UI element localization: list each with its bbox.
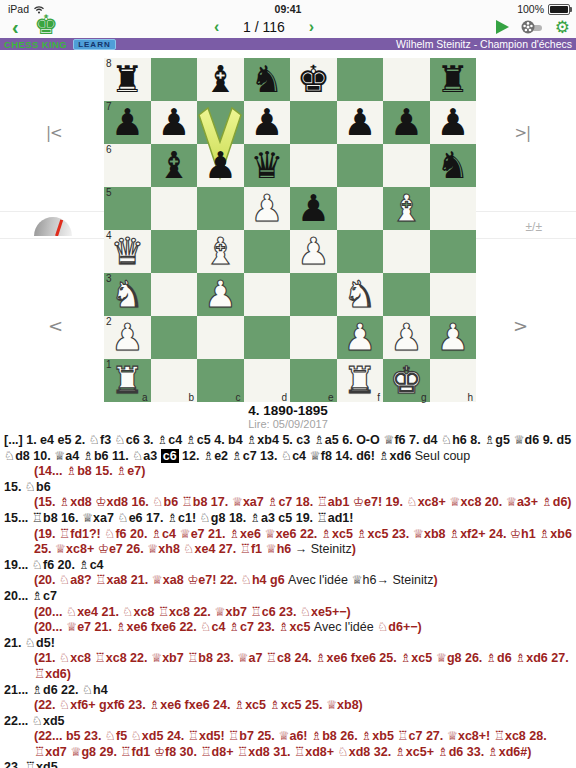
- eval-symbol[interactable]: ±/±: [525, 220, 542, 234]
- square-c2[interactable]: [197, 316, 244, 359]
- square-h7[interactable]: ♟: [430, 101, 477, 144]
- square-a2[interactable]: 2♟: [104, 316, 151, 359]
- rank-label: 6: [106, 144, 112, 155]
- square-b5[interactable]: [151, 187, 198, 230]
- piece-white-knight: ♞: [337, 273, 384, 316]
- square-h1[interactable]: h: [430, 359, 477, 402]
- rank-label: 4: [106, 230, 112, 241]
- square-d4[interactable]: [244, 230, 291, 273]
- square-h4[interactable]: [430, 230, 477, 273]
- square-d2[interactable]: [244, 316, 291, 359]
- piece-black-pawn: ♟: [151, 101, 198, 144]
- move-text[interactable]: (21. ♘xc8 ♖xc8 22. ♕xb7 ♖b8 23. ♕a7 ♖c8 …: [34, 651, 569, 681]
- move-line: 22... ♘xd5: [4, 714, 572, 730]
- rank-label: 8: [106, 58, 112, 69]
- piece-white-pawn: ♟: [290, 230, 337, 273]
- square-a1[interactable]: 1a♜: [104, 359, 151, 402]
- square-c7[interactable]: [197, 101, 244, 144]
- square-b1[interactable]: b: [151, 359, 198, 402]
- file-label: c: [236, 392, 241, 403]
- move-line: 15... ♖b8 16. ♕xa7 ♘e6 17. ♗c1! ♘g8 18. …: [4, 511, 572, 527]
- square-h2[interactable]: ♟: [430, 316, 477, 359]
- square-a4[interactable]: 4♛: [104, 230, 151, 273]
- square-f7[interactable]: ♟: [337, 101, 384, 144]
- move-line: (14... ♗b8 15. ♗e7): [4, 464, 572, 480]
- piece-black-knight: ♞: [430, 144, 477, 187]
- square-a5[interactable]: 5: [104, 187, 151, 230]
- pager-position: 1 / 116: [243, 19, 285, 35]
- file-label: g: [421, 392, 427, 403]
- move-line: 20... ♗c7: [4, 589, 572, 605]
- annotation: → Steinitz: [295, 542, 352, 556]
- move-text[interactable]: 21... ♗d6 22. ♘h4: [4, 683, 108, 697]
- square-f3[interactable]: ♞: [337, 273, 384, 316]
- chess-board: 8♜♝♞♚♜7♟♟♟♟♟♟6♝♟♛♞5♟♟♝4♛♝♟3♞♟♞2♟♟♟♟1a♜bc…: [104, 58, 476, 402]
- move-text[interactable]: 12. ♗e2 ♗c7 13. ♘c4 ♕f8 14. d6! ♗xd6: [179, 449, 415, 463]
- square-a7[interactable]: 7♟: [104, 101, 151, 144]
- square-g1[interactable]: g♚: [383, 359, 430, 402]
- pager-next-icon[interactable]: ›: [309, 18, 314, 36]
- square-a8[interactable]: 8♜: [104, 58, 151, 101]
- square-c1[interactable]: c: [197, 359, 244, 402]
- move-text[interactable]: 19... ♘f6 20. ♗c4: [4, 558, 104, 572]
- status-bar: iPad 09:41 100%: [0, 0, 576, 18]
- move-text[interactable]: (15. ♗xd8 ♔xd8 16. ♘b6 ♖b8 17. ♕xa7 ♗c7 …: [34, 495, 572, 509]
- square-d3[interactable]: [244, 273, 291, 316]
- pager-prev-icon[interactable]: ‹: [214, 18, 219, 36]
- square-g6[interactable]: [383, 144, 430, 187]
- square-f4[interactable]: [337, 230, 384, 273]
- move-text[interactable]: 20... ♗c7: [4, 589, 57, 603]
- piece-black-bishop: ♝: [151, 144, 198, 187]
- go-to-start-button[interactable]: |<: [46, 124, 62, 142]
- piece-black-king: ♚: [290, 58, 337, 101]
- piece-black-bishop: ♝: [197, 58, 244, 101]
- square-a3[interactable]: 3♞: [104, 273, 151, 316]
- square-g8[interactable]: [383, 58, 430, 101]
- piece-black-rook: ♜: [430, 58, 477, 101]
- square-d5[interactable]: ♟: [244, 187, 291, 230]
- move-line: (22... b5 23. ♘f5 ♘xd5 24. ♖xd5! ♖b7 25.…: [4, 729, 572, 760]
- piece-black-pawn: ♟: [244, 101, 291, 144]
- divider: [476, 238, 576, 239]
- annotation: Seul coup: [415, 449, 471, 463]
- move-text[interactable]: (20... ♕e7 21. ♗xe6 fxe6 22. ♘c4 ♗c7 23.…: [34, 620, 314, 634]
- piece-white-pawn: ♟: [337, 316, 384, 359]
- square-e2[interactable]: [290, 316, 337, 359]
- square-h6[interactable]: ♞: [430, 144, 477, 187]
- square-f5[interactable]: [337, 187, 384, 230]
- settings-gear-icon[interactable]: ⚙: [555, 18, 570, 36]
- square-c8[interactable]: ♝: [197, 58, 244, 101]
- rank-label: 2: [106, 316, 112, 327]
- piece-white-pawn: ♟: [244, 187, 291, 230]
- square-b4[interactable]: [151, 230, 198, 273]
- square-b7[interactable]: ♟: [151, 101, 198, 144]
- nav-bar: ‹ ♚ ‹ 1 / 116 › ⚙: [0, 18, 576, 38]
- piece-black-pawn: ♟: [290, 187, 337, 230]
- rank-label: 1: [106, 359, 112, 370]
- rank-label: 3: [106, 273, 112, 284]
- divider: [0, 211, 104, 212]
- learn-badge: LEARN: [73, 39, 116, 50]
- move-line: [...] 1. e4 e5 2. ♘f3 ♘c6 3. ♗c4 ♗c5 4. …: [4, 433, 572, 464]
- move-text[interactable]: ): [352, 542, 356, 556]
- piece-black-queen: ♛: [244, 144, 291, 187]
- current-move[interactable]: c6: [161, 449, 179, 463]
- square-e3[interactable]: [290, 273, 337, 316]
- prev-move-button[interactable]: <: [48, 315, 63, 336]
- square-g2[interactable]: ♟: [383, 316, 430, 359]
- chapter-title: 4. 1890-1895: [0, 403, 576, 418]
- app-screen: iPad 09:41 100% ‹ ♚ ‹ 1 / 116 ›: [0, 0, 576, 768]
- square-d7[interactable]: ♟: [244, 101, 291, 144]
- square-b8[interactable]: [151, 58, 198, 101]
- move-line: (20. ♘a8? ♖xa8 21. ♕xa8 ♔e7! 22. ♘h4 g6 …: [4, 573, 572, 589]
- piece-white-bishop: ♝: [383, 187, 430, 230]
- engine-toggle-icon[interactable]: [521, 20, 543, 34]
- square-e5[interactable]: ♟: [290, 187, 337, 230]
- piece-white-pawn: ♟: [197, 273, 244, 316]
- rank-label: 5: [106, 187, 112, 198]
- back-icon[interactable]: ‹: [12, 16, 19, 39]
- move-text[interactable]: (20. ♘a8? ♖xa8 21. ♕xa8 ♔e7! 22. ♘h4 g6: [34, 573, 288, 587]
- file-label: b: [188, 392, 194, 403]
- move-line: 23. ♖xd5: [4, 760, 572, 768]
- square-c6[interactable]: ♟: [197, 144, 244, 187]
- file-label: e: [328, 392, 334, 403]
- square-g3[interactable]: [383, 273, 430, 316]
- square-e7[interactable]: [290, 101, 337, 144]
- file-label: f: [377, 392, 380, 403]
- square-g4[interactable]: [383, 230, 430, 273]
- move-line: (19. ♖fd1?! ♘f6 20. ♗c4 ♕e7 21. ♗xe6 ♕xe…: [4, 527, 572, 558]
- battery-percent: 100%: [517, 3, 544, 15]
- square-f8[interactable]: [337, 58, 384, 101]
- piece-black-pawn: ♟: [383, 101, 430, 144]
- square-f6[interactable]: [337, 144, 384, 187]
- square-d6[interactable]: ♛: [244, 144, 291, 187]
- move-line: (20... ♘xe4 21. ♘xc8 ♖xc8 22. ♕xb7 ♖c6 2…: [4, 605, 572, 621]
- annotation: Avec l'idée: [314, 620, 377, 634]
- divider: [0, 238, 104, 239]
- file-label: h: [467, 392, 473, 403]
- square-a6[interactable]: 6: [104, 144, 151, 187]
- play-icon[interactable]: [496, 20, 509, 34]
- square-f1[interactable]: f♜: [337, 359, 384, 402]
- move-line: (15. ♗xd8 ♔xd8 16. ♘b6 ♖b8 17. ♕xa7 ♗c7 …: [4, 495, 572, 511]
- divider: [476, 211, 576, 212]
- square-h5[interactable]: [430, 187, 477, 230]
- piece-white-bishop: ♝: [197, 230, 244, 273]
- move-text[interactable]: (20... ♘xe4 21. ♘xc8 ♖xc8 22. ♕xb7 ♖c6 2…: [34, 605, 351, 619]
- piece-black-pawn: ♟: [337, 101, 384, 144]
- file-label: a: [142, 392, 148, 403]
- square-c4[interactable]: ♝: [197, 230, 244, 273]
- move-text[interactable]: ♘d6+−): [377, 620, 422, 634]
- move-text[interactable]: 23. ♖xd5: [4, 760, 58, 768]
- move-line: 15. ♘b6: [4, 480, 572, 496]
- square-e4[interactable]: ♟: [290, 230, 337, 273]
- square-b6[interactable]: ♝: [151, 144, 198, 187]
- piece-black-knight: ♞: [244, 58, 291, 101]
- square-d1[interactable]: d: [244, 359, 291, 402]
- square-e8[interactable]: ♚: [290, 58, 337, 101]
- chess-king-logo-text: CHESS KING: [4, 39, 67, 50]
- square-e6[interactable]: [290, 144, 337, 187]
- move-line: 21. ♘d5!: [4, 636, 572, 652]
- brand-bar: CHESS KING LEARN Wilhelm Steinitz - Cham…: [0, 38, 576, 50]
- piece-white-pawn: ♟: [430, 316, 477, 359]
- move-line: (21. ♘xc8 ♖xc8 22. ♕xb7 ♖b8 23. ♕a7 ♖c8 …: [4, 651, 572, 682]
- move-text[interactable]: 22... ♘xd5: [4, 714, 65, 728]
- move-pager: ‹ 1 / 116 ›: [214, 18, 314, 36]
- move-text[interactable]: (22. ♘xf6+ gxf6 23. ♗xe6 fxe6 24. ♗xc5 ♗…: [34, 698, 363, 712]
- annotation: Avec l'idée ♕h6→ Steinitz: [288, 573, 433, 587]
- course-title: Wilhelm Steinitz - Champion d'échecs: [396, 38, 572, 50]
- move-text[interactable]: 15. ♘b6: [4, 480, 51, 494]
- move-line: (22. ♘xf6+ gxf6 23. ♗xe6 fxe6 24. ♗xc5 ♗…: [4, 698, 572, 714]
- square-c3[interactable]: ♟: [197, 273, 244, 316]
- gauge-needle: [55, 219, 63, 236]
- move-text[interactable]: (14... ♗b8 15. ♗e7): [34, 464, 145, 478]
- square-e1[interactable]: e: [290, 359, 337, 402]
- square-b3[interactable]: [151, 273, 198, 316]
- piece-white-rook: ♜: [337, 359, 384, 402]
- move-text[interactable]: 21. ♘d5!: [4, 636, 55, 650]
- piece-white-pawn: ♟: [383, 316, 430, 359]
- piece-black-pawn: ♟: [430, 101, 477, 144]
- square-b2[interactable]: [151, 316, 198, 359]
- next-move-button[interactable]: >: [513, 315, 528, 336]
- move-list: [...] 1. e4 e5 2. ♘f3 ♘c6 3. ♗c4 ♗c5 4. …: [0, 433, 576, 768]
- piece-black-pawn: ♟: [197, 144, 244, 187]
- battery-icon: [548, 4, 570, 15]
- read-date: Lire: 05/09/2017: [0, 418, 576, 430]
- move-line: (20... ♕e7 21. ♗xe6 fxe6 22. ♘c4 ♗c7 23.…: [4, 620, 572, 636]
- square-h3[interactable]: [430, 273, 477, 316]
- square-c5[interactable]: [197, 187, 244, 230]
- move-text[interactable]: (22... b5 23. ♘f5 ♘xd5 24. ♖xd5! ♖b7 25.…: [34, 729, 547, 759]
- move-text[interactable]: ): [433, 573, 437, 587]
- square-d8[interactable]: ♞: [244, 58, 291, 101]
- move-line: 19... ♘f6 20. ♗c4: [4, 558, 572, 574]
- go-to-end-button[interactable]: >|: [514, 124, 530, 142]
- eval-gauge-icon[interactable]: [34, 217, 72, 236]
- square-f2[interactable]: ♟: [337, 316, 384, 359]
- square-g7[interactable]: ♟: [383, 101, 430, 144]
- square-h8[interactable]: ♜: [430, 58, 477, 101]
- square-g5[interactable]: ♝: [383, 187, 430, 230]
- rank-label: 7: [106, 101, 112, 112]
- file-label: d: [281, 392, 287, 403]
- clock: 09:41: [0, 3, 576, 15]
- move-line: 21... ♗d6 22. ♘h4: [4, 683, 572, 699]
- move-text[interactable]: 15... ♖b8 16. ♕xa7 ♘e6 17. ♗c1! ♘g8 18. …: [4, 511, 353, 525]
- app-logo-king-icon[interactable]: ♚: [34, 9, 58, 40]
